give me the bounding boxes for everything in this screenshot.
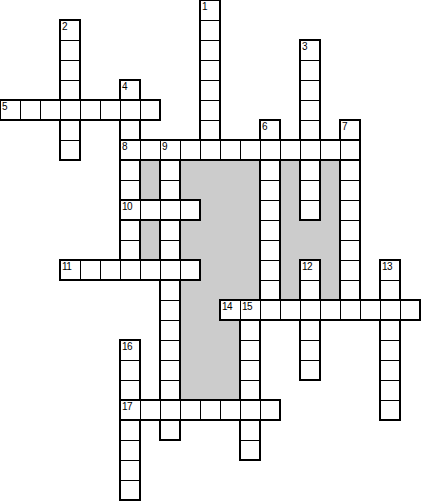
cell[interactable] — [121, 241, 139, 261]
shaded-cell — [220, 260, 240, 280]
shaded-cell — [180, 180, 200, 200]
cell[interactable] — [161, 281, 179, 301]
cell[interactable] — [301, 321, 319, 341]
cell[interactable] — [261, 241, 279, 261]
cell[interactable] — [301, 341, 319, 361]
cell[interactable] — [301, 301, 321, 319]
cell[interactable] — [61, 81, 79, 101]
clue-number-12: 12 — [302, 262, 312, 272]
cell[interactable] — [321, 301, 341, 319]
cell[interactable] — [301, 201, 319, 219]
shaded-cell — [240, 260, 260, 280]
entry-17-across — [119, 399, 281, 421]
cell[interactable] — [121, 441, 139, 461]
shaded-cell — [180, 360, 200, 380]
cell[interactable] — [301, 161, 319, 181]
cell[interactable] — [341, 281, 359, 301]
shaded-cell — [220, 280, 240, 300]
cell[interactable] — [261, 141, 281, 159]
cell[interactable] — [261, 261, 279, 281]
cell[interactable] — [201, 81, 219, 101]
shaded-cell — [320, 200, 340, 220]
shaded-cell — [240, 180, 260, 200]
cell[interactable] — [21, 101, 41, 119]
entry-2-down — [59, 19, 81, 161]
cell[interactable] — [121, 381, 139, 401]
clue-number-13: 13 — [382, 262, 392, 272]
shaded-cell — [180, 280, 200, 300]
cell[interactable] — [161, 161, 179, 181]
clue-number-16: 16 — [122, 342, 132, 352]
cell[interactable] — [301, 121, 319, 141]
cell[interactable] — [381, 381, 399, 401]
clue-number-8: 8 — [122, 142, 127, 152]
shaded-cell — [280, 160, 300, 180]
shaded-cell — [220, 320, 240, 340]
cell[interactable] — [161, 241, 179, 261]
shaded-cell — [200, 160, 220, 180]
cell[interactable] — [381, 341, 399, 361]
shaded-cell — [320, 280, 340, 300]
cell[interactable] — [341, 161, 359, 181]
shaded-cell — [220, 160, 240, 180]
cell[interactable] — [361, 301, 381, 319]
cell[interactable] — [341, 301, 361, 319]
cell[interactable] — [241, 381, 259, 401]
shaded-cell — [220, 340, 240, 360]
clue-number-17: 17 — [122, 402, 132, 412]
cell[interactable] — [201, 121, 219, 141]
cell[interactable] — [381, 361, 399, 381]
cell[interactable] — [201, 21, 219, 41]
clue-number-6: 6 — [262, 122, 267, 132]
cell[interactable] — [261, 281, 279, 301]
cell[interactable] — [201, 141, 221, 159]
shaded-cell — [220, 220, 240, 240]
cell[interactable] — [341, 261, 359, 281]
shaded-cell — [220, 180, 240, 200]
entry-13-down — [379, 259, 401, 421]
cell[interactable] — [121, 261, 141, 279]
shaded-cell — [200, 300, 220, 320]
cell[interactable] — [121, 361, 139, 381]
cell[interactable] — [201, 61, 219, 81]
shaded-cell — [280, 280, 300, 300]
cell[interactable] — [161, 321, 179, 341]
entry-3-down — [299, 39, 321, 221]
cell[interactable] — [161, 301, 179, 321]
cell[interactable] — [301, 61, 319, 81]
cell[interactable] — [61, 141, 79, 159]
cell[interactable] — [201, 101, 219, 121]
entry-9-down — [159, 139, 181, 441]
clue-number-15: 15 — [242, 302, 252, 312]
cell[interactable] — [341, 181, 359, 201]
clue-number-10: 10 — [122, 202, 132, 212]
shaded-cell — [180, 300, 200, 320]
cell[interactable] — [141, 261, 161, 279]
shaded-cell — [200, 240, 220, 260]
clue-number-3: 3 — [302, 42, 307, 52]
shaded-cell — [280, 200, 300, 220]
cell[interactable] — [161, 361, 179, 381]
cell[interactable] — [241, 321, 259, 341]
cell[interactable] — [101, 101, 121, 119]
cell[interactable] — [61, 41, 79, 61]
cell[interactable] — [161, 221, 179, 241]
clue-number-2: 2 — [62, 22, 67, 32]
cell[interactable] — [121, 161, 139, 181]
cell[interactable] — [221, 141, 241, 159]
cell[interactable] — [301, 361, 319, 379]
shaded-cell — [280, 260, 300, 280]
cell[interactable] — [381, 321, 399, 341]
entry-15-down — [239, 299, 261, 461]
cell[interactable] — [61, 61, 79, 81]
cell[interactable] — [121, 221, 139, 241]
cell[interactable] — [181, 261, 199, 279]
shaded-cell — [200, 200, 220, 220]
cell[interactable] — [261, 201, 279, 221]
cell[interactable] — [141, 101, 159, 119]
clue-number-4: 4 — [122, 82, 127, 92]
clue-number-5: 5 — [2, 102, 7, 112]
cell[interactable] — [141, 141, 161, 159]
shaded-cell — [200, 220, 220, 240]
cell[interactable] — [401, 301, 419, 319]
entry-8-across — [119, 139, 361, 161]
cell[interactable] — [341, 221, 359, 241]
clue-number-9: 9 — [162, 142, 167, 152]
cell[interactable] — [301, 141, 321, 159]
cell[interactable] — [161, 181, 179, 201]
shaded-cell — [180, 320, 200, 340]
shaded-cell — [180, 220, 200, 240]
shaded-cell — [300, 220, 320, 240]
shaded-cell — [240, 280, 260, 300]
cell[interactable] — [281, 301, 301, 319]
shaded-cell — [240, 240, 260, 260]
shaded-cell — [220, 380, 240, 400]
cell[interactable] — [281, 141, 301, 159]
shaded-cell — [200, 320, 220, 340]
clue-number-7: 7 — [342, 122, 347, 132]
cell[interactable] — [241, 361, 259, 381]
shaded-cell — [280, 220, 300, 240]
cell[interactable] — [161, 381, 179, 401]
shaded-cell — [220, 200, 240, 220]
cell[interactable] — [241, 421, 259, 441]
cell[interactable] — [261, 401, 279, 419]
shaded-cell — [320, 260, 340, 280]
cell[interactable] — [261, 181, 279, 201]
cell[interactable] — [181, 201, 199, 219]
shaded-cell — [200, 360, 220, 380]
clue-number-11: 11 — [62, 262, 71, 272]
cell[interactable] — [101, 261, 121, 279]
cell[interactable] — [241, 441, 259, 459]
shaded-cell — [240, 160, 260, 180]
cell[interactable] — [261, 221, 279, 241]
shaded-cell — [180, 340, 200, 360]
cell[interactable] — [161, 341, 179, 361]
shaded-cell — [200, 180, 220, 200]
cell[interactable] — [221, 401, 241, 419]
cell[interactable] — [321, 141, 341, 159]
cell[interactable] — [261, 161, 279, 181]
cell[interactable] — [301, 181, 319, 201]
shaded-cell — [180, 380, 200, 400]
cell[interactable] — [201, 41, 219, 61]
shaded-cell — [140, 180, 160, 200]
shaded-cell — [180, 240, 200, 260]
shaded-cell — [320, 240, 340, 260]
cell[interactable] — [141, 401, 161, 419]
cell[interactable] — [81, 101, 101, 119]
shaded-cell — [140, 160, 160, 180]
cell[interactable] — [121, 421, 139, 441]
cell[interactable] — [61, 121, 79, 141]
shaded-cell — [320, 220, 340, 240]
shaded-cell — [180, 160, 200, 180]
cell[interactable] — [261, 301, 281, 319]
shaded-cell — [300, 240, 320, 260]
cell[interactable] — [241, 141, 261, 159]
shaded-cell — [220, 240, 240, 260]
clue-number-1: 1 — [202, 2, 207, 12]
shaded-cell — [140, 220, 160, 240]
shaded-cell — [200, 380, 220, 400]
clue-number-14: 14 — [222, 302, 232, 312]
cell[interactable] — [341, 201, 359, 221]
cell[interactable] — [341, 241, 359, 261]
shaded-cell — [240, 200, 260, 220]
shaded-cell — [200, 260, 220, 280]
cell[interactable] — [381, 401, 399, 419]
cell[interactable] — [301, 101, 319, 121]
cell[interactable] — [241, 401, 261, 419]
cell[interactable] — [341, 141, 359, 159]
cell[interactable] — [181, 401, 201, 419]
cell[interactable] — [121, 101, 141, 119]
shaded-cell — [320, 180, 340, 200]
shaded-cell — [280, 240, 300, 260]
entry-1-down — [199, 0, 221, 161]
cell[interactable] — [61, 101, 81, 119]
shaded-cell — [200, 340, 220, 360]
cell[interactable] — [181, 141, 201, 159]
cell[interactable] — [161, 421, 179, 439]
shaded-cell — [320, 160, 340, 180]
shaded-cell — [140, 240, 160, 260]
entry-5-across — [0, 99, 161, 121]
cell[interactable] — [161, 201, 181, 219]
cell[interactable] — [381, 301, 401, 319]
cell[interactable] — [161, 401, 181, 419]
cell[interactable] — [81, 261, 101, 279]
cell[interactable] — [121, 181, 139, 201]
cell[interactable] — [301, 281, 319, 301]
cell[interactable] — [301, 81, 319, 101]
cell[interactable] — [121, 461, 139, 481]
entry-11-across — [59, 259, 201, 281]
cell[interactable] — [201, 401, 221, 419]
shaded-cell — [240, 220, 260, 240]
crossword-board: 1234567891011121314151617 — [0, 0, 421, 501]
shaded-cell — [220, 360, 240, 380]
cell[interactable] — [241, 341, 259, 361]
cell[interactable] — [141, 201, 161, 219]
cell[interactable] — [121, 481, 139, 499]
shaded-cell — [200, 280, 220, 300]
cell[interactable] — [161, 261, 181, 279]
shaded-cell — [280, 180, 300, 200]
cell[interactable] — [381, 281, 399, 301]
cell[interactable] — [41, 101, 61, 119]
cell[interactable] — [121, 121, 139, 141]
